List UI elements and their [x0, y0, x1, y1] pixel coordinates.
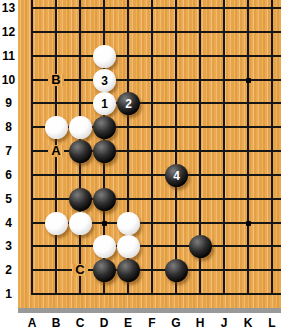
row-coordinate-label: 5 [0, 192, 17, 206]
white-stone-E4[interactable] [117, 212, 140, 235]
row-coordinate-label: 7 [0, 144, 17, 158]
row-coordinate-label: 1 [0, 287, 17, 301]
column-coordinate-label: B [48, 316, 64, 330]
black-stone-E9[interactable]: 2 [117, 92, 140, 115]
column-coordinate-label: H [192, 316, 208, 330]
grid-line-horizontal [31, 245, 281, 247]
row-coordinate-label: 12 [0, 25, 17, 39]
row-coordinate-label: 2 [0, 263, 17, 277]
grid-line-vertical [271, 0, 273, 295]
white-stone-B4[interactable] [45, 212, 68, 235]
move-number: 4 [173, 169, 180, 183]
move-number: 3 [101, 74, 108, 88]
row-coordinate-label: 6 [0, 168, 17, 182]
point-label-B: B [48, 74, 64, 86]
point-label-C: C [72, 264, 88, 276]
grid-line-vertical [223, 0, 225, 295]
grid-line-horizontal [31, 102, 281, 104]
star-point [246, 221, 251, 226]
star-point [102, 221, 107, 226]
black-stone-G6[interactable]: 4 [165, 164, 188, 187]
grid-line-vertical [175, 0, 177, 295]
grid-line-horizontal [31, 269, 281, 271]
grid-line-vertical [151, 0, 153, 295]
column-coordinate-label: K [240, 316, 256, 330]
column-coordinate-label: D [96, 316, 112, 330]
grid-line-horizontal [31, 7, 281, 9]
grid-line-vertical [31, 0, 33, 295]
column-coordinate-label: G [168, 316, 184, 330]
black-stone-D8[interactable] [93, 116, 116, 139]
row-coordinate-label: 13 [0, 1, 17, 15]
row-coordinate-label: 9 [0, 96, 17, 110]
grid-line-horizontal [31, 31, 281, 33]
row-coordinates-strip: 13121110987654321 [0, 0, 18, 332]
column-coordinate-label: E [120, 316, 136, 330]
grid-line-horizontal [31, 79, 281, 81]
point-label-A: A [48, 145, 64, 157]
move-number: 2 [125, 97, 132, 111]
white-stone-D3[interactable] [93, 235, 116, 258]
column-coordinate-label: L [264, 316, 280, 330]
black-stone-D2[interactable] [93, 259, 116, 282]
goban[interactable]: ABC3124 [18, 0, 281, 308]
row-coordinate-label: 10 [0, 73, 17, 87]
star-point [246, 78, 251, 83]
white-stone-D9[interactable]: 1 [93, 92, 116, 115]
column-coordinate-label: A [24, 316, 40, 330]
white-stone-E3[interactable] [117, 235, 140, 258]
move-number: 1 [101, 97, 108, 111]
row-coordinate-label: 11 [0, 49, 17, 63]
black-stone-D7[interactable] [93, 140, 116, 163]
grid-line-vertical [247, 0, 249, 295]
column-coordinate-label: F [144, 316, 160, 330]
row-coordinate-label: 4 [0, 216, 17, 230]
grid-line-horizontal [31, 293, 281, 295]
go-diagram: 13121110987654321 ABC3124 ABCDEFGHJKL [0, 0, 281, 332]
white-stone-D10[interactable]: 3 [93, 69, 116, 92]
black-stone-H3[interactable] [189, 235, 212, 258]
grid-line-horizontal [31, 55, 281, 57]
white-stone-C8[interactable] [69, 116, 92, 139]
column-coordinate-label: J [216, 316, 232, 330]
black-stone-E2[interactable] [117, 259, 140, 282]
white-stone-C4[interactable] [69, 212, 92, 235]
white-stone-D11[interactable] [93, 45, 116, 68]
row-coordinate-label: 3 [0, 239, 17, 253]
black-stone-G2[interactable] [165, 259, 188, 282]
row-coordinate-label: 8 [0, 120, 17, 134]
column-coordinate-label: C [72, 316, 88, 330]
white-stone-B8[interactable] [45, 116, 68, 139]
black-stone-C5[interactable] [69, 188, 92, 211]
grid-line-horizontal [31, 174, 281, 176]
black-stone-C7[interactable] [69, 140, 92, 163]
black-stone-D5[interactable] [93, 188, 116, 211]
